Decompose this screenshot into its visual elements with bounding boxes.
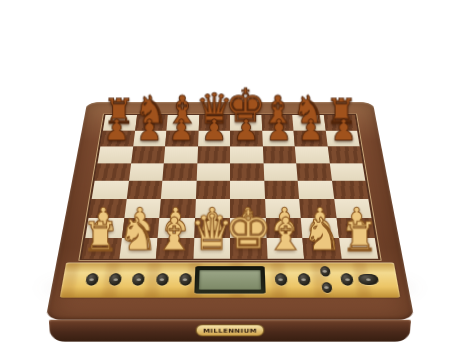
- square-a4[interactable]: [92, 181, 129, 199]
- square-a1[interactable]: ♜: [82, 238, 122, 259]
- white-rook-a1[interactable]: ♜: [82, 216, 119, 257]
- square-a6[interactable]: [98, 146, 133, 163]
- square-e1[interactable]: ♚: [230, 238, 267, 259]
- square-a7[interactable]: ♟: [100, 130, 134, 146]
- black-pawn-d7[interactable]: ♟: [201, 116, 227, 145]
- white-bishop-f1[interactable]: ♝: [265, 212, 305, 257]
- left-button-1[interactable]: [85, 273, 99, 285]
- square-g4[interactable]: [298, 181, 334, 199]
- square-c7[interactable]: ♟: [165, 130, 198, 146]
- lcd-screen: [199, 270, 261, 289]
- square-b6[interactable]: [131, 146, 165, 163]
- square-f6[interactable]: [262, 146, 296, 163]
- square-e7[interactable]: ♟: [230, 130, 262, 146]
- square-c1[interactable]: ♝: [156, 238, 194, 259]
- square-f4[interactable]: [264, 181, 299, 199]
- brand-badge: MILLENNIUM: [196, 324, 265, 336]
- square-h6[interactable]: [327, 146, 362, 163]
- lcd-display: [194, 266, 265, 293]
- product-photo: ♜♞♝♛♚♝♞♜♟♟♟♟♟♟♟♟♟♟♟♟♟♟♟♟♜♞♝♛♚♝♞♜: [0, 0, 460, 350]
- chess-computer-cabinet: ♜♞♝♛♚♝♞♜♟♟♟♟♟♟♟♟♟♟♟♟♟♟♟♟♜♞♝♛♚♝♞♜: [45, 102, 414, 320]
- square-b4[interactable]: [126, 181, 162, 199]
- square-e6[interactable]: [230, 146, 263, 163]
- white-rook-h1[interactable]: ♜: [341, 216, 378, 257]
- square-f5[interactable]: [263, 163, 298, 180]
- wide-button[interactable]: [358, 274, 379, 285]
- square-h1[interactable]: ♜: [339, 238, 379, 259]
- left-button-4[interactable]: [156, 273, 169, 285]
- square-d7[interactable]: ♟: [198, 130, 230, 146]
- square-c5[interactable]: [162, 163, 197, 180]
- perspective-scene: ♜♞♝♛♚♝♞♜♟♟♟♟♟♟♟♟♟♟♟♟♟♟♟♟♜♞♝♛♚♝♞♜: [0, 0, 460, 350]
- square-g5[interactable]: [296, 163, 331, 180]
- square-g1[interactable]: ♞: [302, 238, 341, 259]
- square-e5[interactable]: [230, 163, 264, 180]
- black-pawn-c7[interactable]: ♟: [168, 116, 194, 145]
- panel-reflection: [60, 263, 401, 298]
- square-e4[interactable]: [230, 181, 265, 199]
- square-b1[interactable]: ♞: [119, 238, 158, 259]
- right-button-1[interactable]: [274, 273, 287, 285]
- control-panel: [60, 263, 401, 298]
- white-bishop-c1[interactable]: ♝: [154, 212, 194, 257]
- left-button-5[interactable]: [179, 273, 192, 285]
- white-knight-g1[interactable]: ♞: [302, 212, 342, 257]
- up-button[interactable]: [319, 266, 330, 276]
- square-d4[interactable]: [195, 181, 230, 199]
- black-pawn-g7[interactable]: ♟: [298, 116, 324, 145]
- square-f7[interactable]: ♟: [262, 130, 295, 146]
- square-h4[interactable]: [331, 181, 368, 199]
- black-pawn-e7[interactable]: ♟: [233, 116, 259, 145]
- left-button-2[interactable]: [108, 273, 122, 285]
- square-a5[interactable]: [95, 163, 131, 180]
- chess-board: ♜♞♝♛♚♝♞♜♟♟♟♟♟♟♟♟♟♟♟♟♟♟♟♟♜♞♝♛♚♝♞♜: [82, 115, 378, 259]
- right-button-2[interactable]: [298, 273, 311, 285]
- right-button-3[interactable]: [341, 273, 355, 285]
- square-h5[interactable]: [329, 163, 365, 180]
- square-h7[interactable]: ♟: [325, 130, 359, 146]
- left-button-3[interactable]: [132, 273, 145, 285]
- square-c4[interactable]: [161, 181, 196, 199]
- square-d5[interactable]: [196, 163, 230, 180]
- down-button[interactable]: [321, 282, 332, 293]
- black-pawn-b7[interactable]: ♟: [136, 116, 162, 145]
- square-f1[interactable]: ♝: [266, 238, 304, 259]
- black-pawn-a7[interactable]: ♟: [104, 116, 130, 145]
- square-b5[interactable]: [129, 163, 164, 180]
- square-b7[interactable]: ♟: [133, 130, 167, 146]
- square-g7[interactable]: ♟: [294, 130, 328, 146]
- square-g6[interactable]: [295, 146, 329, 163]
- square-c6[interactable]: [164, 146, 198, 163]
- square-d6[interactable]: [197, 146, 230, 163]
- black-pawn-h7[interactable]: ♟: [330, 116, 356, 145]
- cabinet-front-edge: MILLENNIUM: [49, 320, 411, 342]
- black-pawn-f7[interactable]: ♟: [266, 116, 292, 145]
- white-knight-b1[interactable]: ♞: [117, 212, 157, 257]
